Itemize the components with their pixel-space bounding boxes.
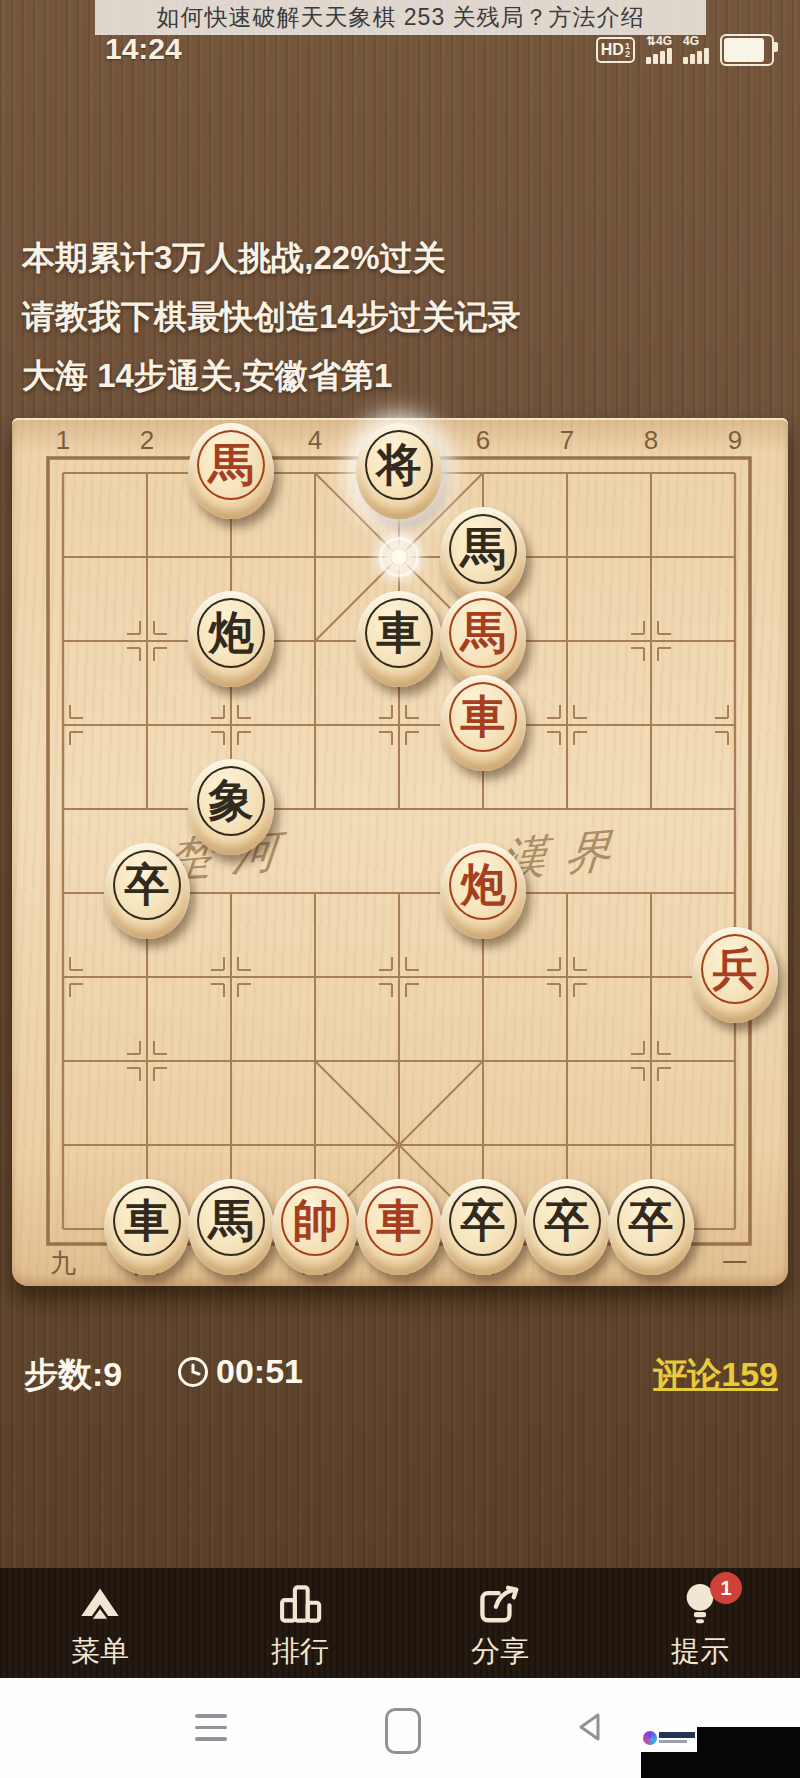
bottom-nav-bar: 菜单 排行 分享 1	[0, 1568, 800, 1678]
status-bar: 14:24 HD 12 ⇅4G 4G	[0, 30, 800, 70]
move-target-sparkle[interactable]	[371, 529, 427, 585]
piece-ring: 卒	[533, 1186, 601, 1256]
piece-ring: 馬	[197, 430, 265, 500]
file-label-top-6: 6	[476, 425, 490, 456]
file-label-top-4: 4	[308, 425, 322, 456]
piece-ring: 兵	[701, 934, 769, 1004]
piece-character: 兵	[713, 939, 758, 999]
piece-character: 車	[461, 687, 506, 747]
piece-character: 車	[377, 1191, 422, 1251]
nav-label-share: 分享	[471, 1632, 529, 1672]
piece-character: 卒	[545, 1191, 590, 1251]
watermark-logo-icon	[643, 1731, 657, 1745]
piece-black-炮-c3r3[interactable]: 炮	[188, 591, 274, 687]
piece-ring: 卒	[113, 850, 181, 920]
piece-black-卒-c6r10[interactable]: 卒	[440, 1179, 526, 1275]
timer-clock-icon	[176, 1355, 210, 1389]
nav-item-menu[interactable]: 菜单	[0, 1568, 200, 1678]
home-icon[interactable]	[385, 1708, 421, 1754]
piece-ring: 炮	[449, 850, 517, 920]
stats-line-2: 请教我下棋最快创造14步过关记录	[22, 287, 521, 346]
nav-item-hint[interactable]: 1 提示	[600, 1568, 800, 1678]
piece-ring: 車	[113, 1186, 181, 1256]
stats-line-3: 大海 14步通关,安徽省第1	[22, 346, 521, 405]
back-icon[interactable]	[576, 1712, 602, 1742]
clock-time: 14:24	[105, 32, 182, 66]
piece-character: 炮	[209, 603, 254, 663]
piece-red-馬-c6r3[interactable]: 馬	[440, 591, 526, 687]
file-label-bottom-9: 一	[722, 1246, 748, 1281]
piece-character: 卒	[125, 855, 170, 915]
site-watermark	[641, 1727, 702, 1748]
timer-value: 00:51	[216, 1352, 303, 1391]
file-label-top-7: 7	[560, 425, 574, 456]
piece-red-帥-c4r10[interactable]: 帥	[272, 1179, 358, 1275]
signal-sim2-icon: 4G	[683, 36, 709, 64]
piece-character: 帥	[293, 1191, 338, 1251]
piece-red-車-c5r10[interactable]: 車	[356, 1179, 442, 1275]
piece-character: 馬	[461, 603, 506, 663]
recents-icon[interactable]	[195, 1714, 227, 1741]
piece-black-卒-c2r6[interactable]: 卒	[104, 843, 190, 939]
piece-character: 車	[125, 1191, 170, 1251]
xiangqi-board[interactable]: 123456789九八七六五四三二一 楚河 漢界 馬将馬炮車馬車象卒炮兵車馬帥車…	[12, 418, 788, 1286]
hint-badge: 1	[710, 1572, 742, 1604]
nav-item-share[interactable]: 分享	[400, 1568, 600, 1678]
piece-black-象-c3r5[interactable]: 象	[188, 759, 274, 855]
piece-black-馬-c3r10[interactable]: 馬	[188, 1179, 274, 1275]
file-label-top-1: 1	[56, 425, 70, 456]
piece-black-車-c5r3[interactable]: 車	[356, 591, 442, 687]
watermark-black-strip	[641, 1752, 800, 1778]
piece-character: 炮	[461, 855, 506, 915]
piece-red-兵-c9r7[interactable]: 兵	[692, 927, 778, 1023]
piece-character: 馬	[461, 519, 506, 579]
nav-label-ranking: 排行	[271, 1632, 329, 1672]
menu-icon	[78, 1578, 122, 1630]
piece-character: 卒	[629, 1191, 674, 1251]
nav-item-ranking[interactable]: 排行	[200, 1568, 400, 1678]
challenge-stats: 本期累计3万人挑战,22%过关 请教我下棋最快创造14步过关记录 大海 14步通…	[22, 228, 521, 405]
piece-character: 卒	[461, 1191, 506, 1251]
move-count: 步数:9	[24, 1352, 122, 1398]
signal-sim1-icon: ⇅4G	[646, 36, 672, 64]
piece-red-馬-c3r1[interactable]: 馬	[188, 423, 274, 519]
piece-ring: 馬	[197, 1186, 265, 1256]
hint-icon: 1	[680, 1578, 720, 1630]
piece-ring: 馬	[449, 598, 517, 668]
file-label-top-8: 8	[644, 425, 658, 456]
stats-line-1: 本期累计3万人挑战,22%过关	[22, 228, 521, 287]
ranking-icon	[277, 1578, 323, 1630]
piece-ring: 卒	[617, 1186, 685, 1256]
nav-label-hint: 提示	[671, 1632, 729, 1672]
piece-black-卒-c8r10[interactable]: 卒	[608, 1179, 694, 1275]
comments-link[interactable]: 评论159	[653, 1352, 778, 1398]
piece-ring: 車	[365, 1186, 433, 1256]
game-info-bar: 步数:9 00:51 评论159	[0, 1344, 800, 1400]
file-label-top-2: 2	[140, 425, 154, 456]
page-title: 如何快速破解天天象棋 253 关残局？方法介绍	[156, 2, 644, 33]
piece-black-卒-c7r10[interactable]: 卒	[524, 1179, 610, 1275]
piece-ring: 象	[197, 766, 265, 836]
piece-ring: 将	[365, 430, 433, 500]
battery-icon	[720, 34, 774, 66]
piece-ring: 馬	[449, 514, 517, 584]
piece-black-車-c2r10[interactable]: 車	[104, 1179, 190, 1275]
share-icon	[477, 1578, 523, 1630]
piece-ring: 炮	[197, 598, 265, 668]
piece-ring: 帥	[281, 1186, 349, 1256]
file-label-bottom-1: 九	[50, 1246, 76, 1281]
piece-red-車-c6r4[interactable]: 車	[440, 675, 526, 771]
piece-black-将-c5r1[interactable]: 将	[356, 423, 442, 519]
piece-ring: 卒	[449, 1186, 517, 1256]
nav-label-menu: 菜单	[71, 1632, 129, 1672]
file-label-top-9: 9	[728, 425, 742, 456]
piece-red-炮-c6r6[interactable]: 炮	[440, 843, 526, 939]
piece-black-馬-c6r2[interactable]: 馬	[440, 507, 526, 603]
piece-ring: 車	[365, 598, 433, 668]
video-title-banner: 如何快速破解天天象棋 253 关残局？方法介绍	[95, 0, 706, 35]
piece-character: 馬	[209, 435, 254, 495]
piece-character: 車	[377, 603, 422, 663]
piece-character: 将	[377, 435, 422, 495]
piece-character: 象	[209, 771, 254, 831]
piece-character: 馬	[209, 1191, 254, 1251]
piece-ring: 車	[449, 682, 517, 752]
hd-voice-icon: HD 12	[596, 37, 635, 63]
